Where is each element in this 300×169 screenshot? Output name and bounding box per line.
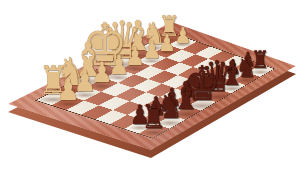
chess-photo-stage: ♜♞♝♚♛♝♞♜♟♟♟♟♟♟♟♟♟♟♟♟♟♟♟♟♜♞♝♚♛♝♞♜	[0, 0, 300, 169]
piece-black-rook[interactable]: ♜	[142, 101, 167, 134]
piece-white-pawn[interactable]: ♟	[56, 75, 79, 105]
piece-white-pawn[interactable]: ♟	[142, 38, 161, 62]
piece-white-pawn[interactable]: ♟	[174, 24, 191, 46]
